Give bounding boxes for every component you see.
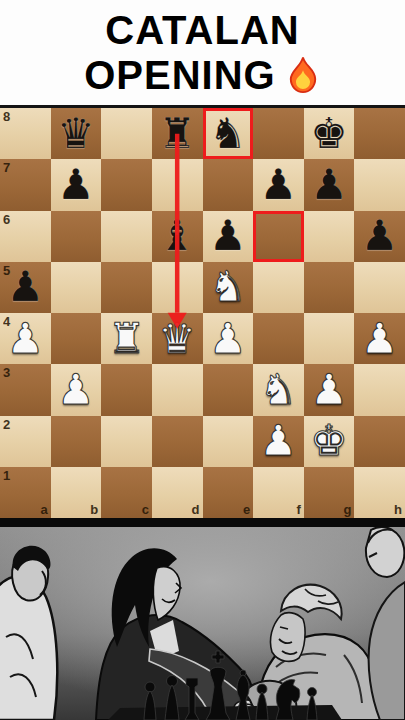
- white-pawn[interactable]: ♟: [209, 318, 247, 360]
- title-text-opening: OPENING: [84, 53, 275, 98]
- white-rook[interactable]: ♜: [108, 318, 146, 360]
- square-c6[interactable]: [101, 211, 152, 262]
- square-e1[interactable]: e: [203, 467, 254, 518]
- black-queen[interactable]: ♛: [57, 113, 95, 155]
- square-h6[interactable]: ♟: [354, 211, 405, 262]
- white-king[interactable]: ♚: [310, 420, 348, 462]
- square-h5[interactable]: [354, 262, 405, 313]
- square-b2[interactable]: [51, 416, 102, 467]
- rank-label-4: 4: [3, 315, 10, 328]
- black-rook[interactable]: ♜: [158, 113, 196, 155]
- black-pawn[interactable]: ♟: [57, 164, 95, 206]
- square-d1[interactable]: d: [152, 467, 203, 518]
- white-pawn[interactable]: ♟: [260, 420, 298, 462]
- black-knight[interactable]: ♞: [209, 113, 247, 155]
- black-pawn[interactable]: ♟: [209, 215, 247, 257]
- square-a7[interactable]: 7: [0, 159, 51, 210]
- square-a6[interactable]: 6: [0, 211, 51, 262]
- video-frame: CATALAN OPENING 8♛♜♞♚7♟♟♟6♝♟♟5♟♞4♟♜♛♟♟3♟…: [0, 0, 405, 720]
- square-f5[interactable]: [253, 262, 304, 313]
- square-d5[interactable]: [152, 262, 203, 313]
- square-g1[interactable]: g: [304, 467, 355, 518]
- square-h2[interactable]: [354, 416, 405, 467]
- square-f2[interactable]: ♟: [253, 416, 304, 467]
- white-knight[interactable]: ♞: [209, 266, 247, 308]
- square-c5[interactable]: [101, 262, 152, 313]
- square-c4[interactable]: ♜: [101, 313, 152, 364]
- file-label-d: d: [192, 503, 200, 516]
- black-bishop[interactable]: ♝: [158, 215, 196, 257]
- square-d8[interactable]: ♜: [152, 108, 203, 159]
- rank-label-3: 3: [3, 366, 10, 379]
- file-label-e: e: [243, 503, 250, 516]
- square-e8[interactable]: ♞: [203, 108, 254, 159]
- square-b3[interactable]: ♟: [51, 364, 102, 415]
- square-g8[interactable]: ♚: [304, 108, 355, 159]
- title-line-1: CATALAN: [105, 8, 299, 53]
- square-d3[interactable]: [152, 364, 203, 415]
- file-label-a: a: [40, 503, 47, 516]
- square-a1[interactable]: 1a: [0, 467, 51, 518]
- square-g7[interactable]: ♟: [304, 159, 355, 210]
- square-a3[interactable]: 3: [0, 364, 51, 415]
- white-pawn[interactable]: ♟: [361, 318, 399, 360]
- square-e4[interactable]: ♟: [203, 313, 254, 364]
- rank-label-7: 7: [3, 161, 10, 174]
- black-pawn[interactable]: ♟: [6, 266, 44, 308]
- square-f3[interactable]: ♞: [253, 364, 304, 415]
- square-h1[interactable]: h: [354, 467, 405, 518]
- rank-label-6: 6: [3, 213, 10, 226]
- rank-label-5: 5: [3, 264, 10, 277]
- square-f7[interactable]: ♟: [253, 159, 304, 210]
- white-pawn[interactable]: ♟: [6, 318, 44, 360]
- square-e2[interactable]: [203, 416, 254, 467]
- separator-bar: [0, 518, 405, 527]
- square-g2[interactable]: ♚: [304, 416, 355, 467]
- square-e6[interactable]: ♟: [203, 211, 254, 262]
- pawn-silhouette: [256, 684, 268, 720]
- square-d6[interactable]: ♝: [152, 211, 203, 262]
- square-e3[interactable]: [203, 364, 254, 415]
- black-pawn[interactable]: ♟: [310, 164, 348, 206]
- file-label-f: f: [296, 503, 300, 516]
- square-g3[interactable]: ♟: [304, 364, 355, 415]
- rank-label-1: 1: [3, 469, 10, 482]
- square-c7[interactable]: [101, 159, 152, 210]
- square-b1[interactable]: b: [51, 467, 102, 518]
- title-text-catalan: CATALAN: [105, 8, 299, 53]
- square-a8[interactable]: 8: [0, 108, 51, 159]
- title-block: CATALAN OPENING: [0, 0, 405, 105]
- square-h4[interactable]: ♟: [354, 313, 405, 364]
- file-label-b: b: [90, 503, 98, 516]
- square-c2[interactable]: [101, 416, 152, 467]
- square-f1[interactable]: f: [253, 467, 304, 518]
- square-g4[interactable]: [304, 313, 355, 364]
- square-d4[interactable]: ♛: [152, 313, 203, 364]
- white-pawn[interactable]: ♟: [310, 369, 348, 411]
- black-pawn[interactable]: ♟: [361, 215, 399, 257]
- square-c1[interactable]: c: [101, 467, 152, 518]
- file-label-g: g: [343, 503, 351, 516]
- square-c8[interactable]: [101, 108, 152, 159]
- pawn-silhouette: [144, 682, 156, 720]
- white-knight[interactable]: ♞: [260, 369, 298, 411]
- square-e7[interactable]: [203, 159, 254, 210]
- square-g5[interactable]: [304, 262, 355, 313]
- file-label-h: h: [394, 503, 402, 516]
- square-a4[interactable]: 4♟: [0, 313, 51, 364]
- square-e5[interactable]: ♞: [203, 262, 254, 313]
- black-king[interactable]: ♚: [310, 113, 348, 155]
- white-queen[interactable]: ♛: [158, 318, 196, 360]
- square-d7[interactable]: [152, 159, 203, 210]
- square-a2[interactable]: 2: [0, 416, 51, 467]
- square-b5[interactable]: [51, 262, 102, 313]
- black-pawn[interactable]: ♟: [260, 164, 298, 206]
- square-d2[interactable]: [152, 416, 203, 467]
- square-f4[interactable]: [253, 313, 304, 364]
- square-f8[interactable]: [253, 108, 304, 159]
- rank-label-2: 2: [3, 418, 10, 431]
- title-line-2: OPENING: [84, 53, 320, 98]
- square-h8[interactable]: [354, 108, 405, 159]
- square-b7[interactable]: ♟: [51, 159, 102, 210]
- square-b8[interactable]: ♛: [51, 108, 102, 159]
- white-pawn[interactable]: ♟: [57, 369, 95, 411]
- chess-board[interactable]: 8♛♜♞♚7♟♟♟6♝♟♟5♟♞4♟♜♛♟♟3♟♞♟2♟♚1abcdefgh: [0, 108, 405, 518]
- square-h7[interactable]: [354, 159, 405, 210]
- square-c3[interactable]: [101, 364, 152, 415]
- file-label-c: c: [142, 503, 149, 516]
- fire-icon: [285, 56, 321, 94]
- square-b6[interactable]: [51, 211, 102, 262]
- square-b4[interactable]: [51, 313, 102, 364]
- square-a5[interactable]: 5♟: [0, 262, 51, 313]
- rank-label-8: 8: [3, 110, 10, 123]
- square-h3[interactable]: [354, 364, 405, 415]
- chess-players-illustration: [0, 527, 405, 720]
- square-g6[interactable]: [304, 211, 355, 262]
- square-f6[interactable]: [253, 211, 304, 262]
